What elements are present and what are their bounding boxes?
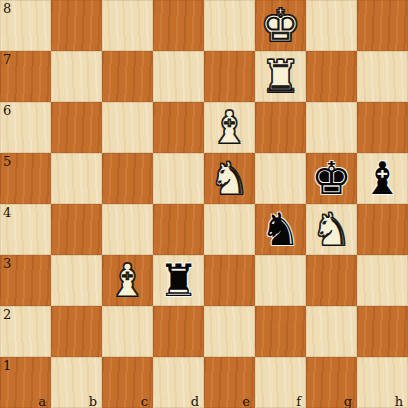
square-e2[interactable] bbox=[204, 306, 255, 357]
square-f4[interactable]: ♞ bbox=[255, 204, 306, 255]
square-e3[interactable] bbox=[204, 255, 255, 306]
white-knight-e5[interactable]: ♞ bbox=[209, 153, 249, 204]
square-f5[interactable] bbox=[255, 153, 306, 204]
square-b8[interactable] bbox=[51, 0, 102, 51]
square-a8[interactable]: 8 bbox=[0, 0, 51, 51]
square-c2[interactable] bbox=[102, 306, 153, 357]
square-h5[interactable]: ♝ bbox=[357, 153, 408, 204]
square-a4[interactable]: 4 bbox=[0, 204, 51, 255]
square-g4[interactable]: ♞ bbox=[306, 204, 357, 255]
file-label-c: c bbox=[141, 395, 148, 408]
black-bishop-h5[interactable]: ♝ bbox=[362, 153, 402, 204]
square-b6[interactable] bbox=[51, 102, 102, 153]
square-b3[interactable] bbox=[51, 255, 102, 306]
square-h3[interactable] bbox=[357, 255, 408, 306]
file-label-b: b bbox=[89, 395, 97, 408]
file-label-d: d bbox=[191, 395, 199, 408]
file-label-e: e bbox=[242, 395, 250, 408]
square-b4[interactable] bbox=[51, 204, 102, 255]
rank-label-4: 4 bbox=[3, 205, 11, 220]
white-rook-f7[interactable]: ♜ bbox=[260, 51, 300, 102]
white-bishop-c3[interactable]: ♝ bbox=[107, 255, 147, 306]
rank-label-8: 8 bbox=[3, 1, 11, 16]
square-c5[interactable] bbox=[102, 153, 153, 204]
square-g2[interactable] bbox=[306, 306, 357, 357]
chess-board: 8♚7♜6♝5♞♚♝4♞♞3♝♜21abcdefgh bbox=[0, 0, 408, 408]
rank-label-6: 6 bbox=[3, 103, 11, 118]
square-c8[interactable] bbox=[102, 0, 153, 51]
square-f6[interactable] bbox=[255, 102, 306, 153]
square-g6[interactable] bbox=[306, 102, 357, 153]
white-king-f8[interactable]: ♚ bbox=[260, 0, 300, 51]
square-f7[interactable]: ♜ bbox=[255, 51, 306, 102]
square-c6[interactable] bbox=[102, 102, 153, 153]
square-d2[interactable] bbox=[153, 306, 204, 357]
square-b2[interactable] bbox=[51, 306, 102, 357]
white-knight-g4[interactable]: ♞ bbox=[311, 204, 351, 255]
square-d5[interactable] bbox=[153, 153, 204, 204]
square-a1[interactable]: 1a bbox=[0, 357, 51, 408]
black-rook-d3[interactable]: ♜ bbox=[158, 255, 198, 306]
square-h2[interactable] bbox=[357, 306, 408, 357]
square-h1[interactable]: h bbox=[357, 357, 408, 408]
square-d3[interactable]: ♜ bbox=[153, 255, 204, 306]
square-g1[interactable]: g bbox=[306, 357, 357, 408]
file-label-a: a bbox=[38, 395, 46, 408]
square-e1[interactable]: e bbox=[204, 357, 255, 408]
file-label-f: f bbox=[296, 395, 301, 408]
square-a6[interactable]: 6 bbox=[0, 102, 51, 153]
square-f1[interactable]: f bbox=[255, 357, 306, 408]
square-b7[interactable] bbox=[51, 51, 102, 102]
square-b5[interactable] bbox=[51, 153, 102, 204]
square-g8[interactable] bbox=[306, 0, 357, 51]
square-f2[interactable] bbox=[255, 306, 306, 357]
square-f8[interactable]: ♚ bbox=[255, 0, 306, 51]
square-e6[interactable]: ♝ bbox=[204, 102, 255, 153]
square-e4[interactable] bbox=[204, 204, 255, 255]
file-label-g: g bbox=[344, 395, 352, 408]
square-e5[interactable]: ♞ bbox=[204, 153, 255, 204]
square-h8[interactable] bbox=[357, 0, 408, 51]
black-knight-f4[interactable]: ♞ bbox=[260, 204, 300, 255]
rank-label-7: 7 bbox=[3, 52, 11, 67]
square-c4[interactable] bbox=[102, 204, 153, 255]
square-g3[interactable] bbox=[306, 255, 357, 306]
square-d1[interactable]: d bbox=[153, 357, 204, 408]
square-h7[interactable] bbox=[357, 51, 408, 102]
square-d7[interactable] bbox=[153, 51, 204, 102]
square-c1[interactable]: c bbox=[102, 357, 153, 408]
square-c7[interactable] bbox=[102, 51, 153, 102]
square-b1[interactable]: b bbox=[51, 357, 102, 408]
square-a5[interactable]: 5 bbox=[0, 153, 51, 204]
rank-label-1: 1 bbox=[3, 358, 11, 373]
square-e8[interactable] bbox=[204, 0, 255, 51]
rank-label-5: 5 bbox=[3, 154, 11, 169]
square-h6[interactable] bbox=[357, 102, 408, 153]
square-c3[interactable]: ♝ bbox=[102, 255, 153, 306]
black-king-g5[interactable]: ♚ bbox=[311, 153, 351, 204]
square-f3[interactable] bbox=[255, 255, 306, 306]
square-d8[interactable] bbox=[153, 0, 204, 51]
square-d4[interactable] bbox=[153, 204, 204, 255]
square-a2[interactable]: 2 bbox=[0, 306, 51, 357]
square-a7[interactable]: 7 bbox=[0, 51, 51, 102]
white-bishop-e6[interactable]: ♝ bbox=[209, 102, 249, 153]
file-label-h: h bbox=[395, 395, 403, 408]
square-e7[interactable] bbox=[204, 51, 255, 102]
square-g7[interactable] bbox=[306, 51, 357, 102]
square-g5[interactable]: ♚ bbox=[306, 153, 357, 204]
rank-label-2: 2 bbox=[3, 307, 11, 322]
square-a3[interactable]: 3 bbox=[0, 255, 51, 306]
rank-label-3: 3 bbox=[3, 256, 11, 271]
square-h4[interactable] bbox=[357, 204, 408, 255]
square-d6[interactable] bbox=[153, 102, 204, 153]
